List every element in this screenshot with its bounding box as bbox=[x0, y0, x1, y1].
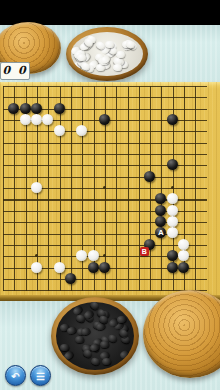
board-point[interactable] bbox=[189, 250, 200, 261]
board-point[interactable] bbox=[144, 171, 155, 182]
board-point[interactable] bbox=[76, 250, 87, 261]
board-point[interactable] bbox=[178, 91, 189, 102]
board-point[interactable] bbox=[110, 91, 121, 102]
board-point[interactable] bbox=[53, 137, 64, 148]
board-point[interactable] bbox=[65, 80, 76, 91]
board-point[interactable] bbox=[0, 148, 8, 159]
board-point[interactable] bbox=[144, 80, 155, 91]
board-point[interactable] bbox=[53, 125, 64, 136]
board-point[interactable] bbox=[99, 205, 110, 216]
board-point[interactable] bbox=[53, 284, 64, 295]
board-point[interactable] bbox=[87, 250, 98, 261]
board-point[interactable] bbox=[110, 284, 121, 295]
board-point[interactable] bbox=[99, 137, 110, 148]
board-point[interactable] bbox=[42, 205, 53, 216]
board-point[interactable] bbox=[87, 205, 98, 216]
board-point[interactable] bbox=[0, 284, 8, 295]
board-point[interactable] bbox=[19, 216, 30, 227]
board-point[interactable] bbox=[31, 114, 42, 125]
board-point[interactable] bbox=[167, 103, 178, 114]
board-point[interactable] bbox=[76, 182, 87, 193]
board-point[interactable] bbox=[87, 171, 98, 182]
board-point[interactable] bbox=[133, 80, 144, 91]
board-point[interactable] bbox=[53, 250, 64, 261]
board-point[interactable] bbox=[0, 125, 8, 136]
board-point[interactable] bbox=[189, 227, 200, 238]
board-point[interactable] bbox=[144, 103, 155, 114]
board-point[interactable] bbox=[167, 114, 178, 125]
board-point[interactable] bbox=[8, 239, 19, 250]
board-point[interactable] bbox=[155, 261, 166, 272]
board-point[interactable] bbox=[178, 148, 189, 159]
board-point[interactable] bbox=[144, 261, 155, 272]
board-point[interactable] bbox=[19, 159, 30, 170]
board-point[interactable] bbox=[19, 182, 30, 193]
board-point[interactable] bbox=[121, 125, 132, 136]
board-point[interactable] bbox=[76, 91, 87, 102]
board-point[interactable] bbox=[8, 273, 19, 284]
board-point[interactable] bbox=[76, 159, 87, 170]
board-point[interactable] bbox=[189, 193, 200, 204]
board-point[interactable] bbox=[53, 91, 64, 102]
board-point[interactable] bbox=[99, 284, 110, 295]
board-point[interactable] bbox=[121, 193, 132, 204]
board-point[interactable] bbox=[0, 193, 8, 204]
board-point[interactable] bbox=[167, 137, 178, 148]
board-point[interactable] bbox=[133, 103, 144, 114]
board-point[interactable] bbox=[121, 227, 132, 238]
board-point[interactable] bbox=[42, 216, 53, 227]
board-point[interactable] bbox=[31, 171, 42, 182]
board-point[interactable] bbox=[31, 103, 42, 114]
board-point[interactable] bbox=[19, 239, 30, 250]
board-point[interactable] bbox=[42, 125, 53, 136]
board-point[interactable] bbox=[189, 273, 200, 284]
board-point[interactable] bbox=[53, 227, 64, 238]
board-point[interactable] bbox=[65, 216, 76, 227]
board-point[interactable] bbox=[53, 114, 64, 125]
board-point[interactable] bbox=[110, 103, 121, 114]
board-point[interactable] bbox=[167, 159, 178, 170]
board-point[interactable] bbox=[87, 182, 98, 193]
board-point[interactable] bbox=[53, 273, 64, 284]
board-point[interactable] bbox=[19, 148, 30, 159]
board-point[interactable] bbox=[121, 284, 132, 295]
board-point[interactable] bbox=[76, 148, 87, 159]
board-point[interactable] bbox=[8, 159, 19, 170]
board-point[interactable] bbox=[76, 125, 87, 136]
board-point[interactable] bbox=[65, 114, 76, 125]
board-point[interactable] bbox=[0, 182, 8, 193]
board-point[interactable] bbox=[155, 103, 166, 114]
board-point[interactable] bbox=[144, 205, 155, 216]
board-point[interactable] bbox=[189, 171, 200, 182]
board-point[interactable] bbox=[87, 273, 98, 284]
board-point[interactable] bbox=[167, 250, 178, 261]
board-point[interactable] bbox=[144, 284, 155, 295]
board-point[interactable] bbox=[99, 250, 110, 261]
board-point[interactable] bbox=[42, 273, 53, 284]
board-point[interactable] bbox=[0, 205, 8, 216]
board-point[interactable] bbox=[76, 273, 87, 284]
board-point[interactable] bbox=[167, 182, 178, 193]
board-point[interactable] bbox=[200, 205, 211, 216]
board-point[interactable] bbox=[121, 273, 132, 284]
board-point[interactable] bbox=[65, 91, 76, 102]
board-point[interactable] bbox=[8, 261, 19, 272]
board-point[interactable] bbox=[53, 80, 64, 91]
board-point[interactable]: A bbox=[155, 227, 166, 238]
board-point[interactable] bbox=[53, 261, 64, 272]
board-point[interactable] bbox=[144, 227, 155, 238]
board-point[interactable] bbox=[99, 182, 110, 193]
board-point[interactable] bbox=[189, 148, 200, 159]
board-point[interactable] bbox=[65, 159, 76, 170]
board-point[interactable] bbox=[189, 125, 200, 136]
board-point[interactable] bbox=[19, 125, 30, 136]
board-point[interactable] bbox=[0, 159, 8, 170]
board-point[interactable] bbox=[87, 114, 98, 125]
board-point[interactable] bbox=[19, 91, 30, 102]
board-point[interactable] bbox=[8, 137, 19, 148]
board-point[interactable] bbox=[31, 125, 42, 136]
board-point[interactable] bbox=[133, 148, 144, 159]
board-point[interactable] bbox=[155, 137, 166, 148]
board-point[interactable] bbox=[99, 171, 110, 182]
board-point[interactable] bbox=[121, 205, 132, 216]
board-point[interactable] bbox=[19, 171, 30, 182]
board-point[interactable] bbox=[53, 103, 64, 114]
board-point[interactable] bbox=[167, 227, 178, 238]
board-point[interactable] bbox=[189, 239, 200, 250]
board-point[interactable] bbox=[0, 216, 8, 227]
board-point[interactable] bbox=[144, 193, 155, 204]
board-point[interactable] bbox=[155, 273, 166, 284]
board-point[interactable] bbox=[155, 216, 166, 227]
board-point[interactable] bbox=[110, 193, 121, 204]
board-point[interactable] bbox=[133, 182, 144, 193]
board-point[interactable] bbox=[65, 227, 76, 238]
board-point[interactable] bbox=[155, 171, 166, 182]
board-point[interactable] bbox=[0, 80, 8, 91]
board-point[interactable] bbox=[99, 216, 110, 227]
board-point[interactable] bbox=[133, 216, 144, 227]
board-point[interactable] bbox=[65, 148, 76, 159]
board-point[interactable] bbox=[42, 80, 53, 91]
board-point[interactable] bbox=[144, 159, 155, 170]
board-point[interactable] bbox=[178, 193, 189, 204]
board-point[interactable] bbox=[87, 239, 98, 250]
board-point[interactable] bbox=[121, 261, 132, 272]
board-point[interactable] bbox=[19, 205, 30, 216]
board-point[interactable] bbox=[133, 261, 144, 272]
board-point[interactable] bbox=[133, 284, 144, 295]
board-point[interactable] bbox=[87, 261, 98, 272]
board-point[interactable] bbox=[31, 148, 42, 159]
board-point[interactable] bbox=[178, 261, 189, 272]
undo-button[interactable]: ↶ bbox=[5, 365, 26, 386]
board-point[interactable] bbox=[167, 216, 178, 227]
board-point[interactable] bbox=[19, 227, 30, 238]
board-point[interactable] bbox=[155, 250, 166, 261]
board-point[interactable] bbox=[155, 159, 166, 170]
board-point[interactable] bbox=[19, 103, 30, 114]
board-point[interactable] bbox=[144, 91, 155, 102]
board-point[interactable] bbox=[76, 261, 87, 272]
board-point[interactable] bbox=[76, 193, 87, 204]
board-point[interactable] bbox=[31, 137, 42, 148]
board-point[interactable] bbox=[0, 273, 8, 284]
board-point[interactable] bbox=[8, 227, 19, 238]
board-point[interactable] bbox=[8, 205, 19, 216]
board-point[interactable] bbox=[167, 193, 178, 204]
board-point[interactable] bbox=[110, 125, 121, 136]
board-point[interactable] bbox=[121, 114, 132, 125]
board-point[interactable] bbox=[178, 103, 189, 114]
board-point[interactable] bbox=[110, 137, 121, 148]
board-point[interactable] bbox=[65, 284, 76, 295]
board-point[interactable] bbox=[65, 273, 76, 284]
board-point[interactable] bbox=[76, 114, 87, 125]
board-point[interactable] bbox=[0, 171, 8, 182]
board-point[interactable] bbox=[19, 193, 30, 204]
board-point[interactable] bbox=[99, 159, 110, 170]
board-point[interactable] bbox=[76, 103, 87, 114]
board-point[interactable] bbox=[65, 171, 76, 182]
board-point[interactable] bbox=[99, 91, 110, 102]
board-point[interactable] bbox=[42, 182, 53, 193]
board-point[interactable] bbox=[0, 227, 8, 238]
board-point[interactable] bbox=[31, 261, 42, 272]
board-point[interactable] bbox=[76, 239, 87, 250]
board-point[interactable] bbox=[178, 239, 189, 250]
board-point[interactable] bbox=[8, 193, 19, 204]
board-point[interactable] bbox=[19, 80, 30, 91]
board-point[interactable] bbox=[0, 137, 8, 148]
board-point[interactable] bbox=[0, 114, 8, 125]
board-point[interactable] bbox=[200, 273, 211, 284]
board-point[interactable] bbox=[121, 137, 132, 148]
board-point[interactable] bbox=[110, 250, 121, 261]
board-point[interactable] bbox=[189, 80, 200, 91]
board-point[interactable] bbox=[76, 284, 87, 295]
board-point[interactable] bbox=[167, 171, 178, 182]
board-point[interactable] bbox=[110, 239, 121, 250]
board-point[interactable] bbox=[19, 284, 30, 295]
board-point[interactable] bbox=[144, 216, 155, 227]
board-point[interactable] bbox=[133, 171, 144, 182]
board-point[interactable] bbox=[144, 137, 155, 148]
board-point[interactable] bbox=[189, 182, 200, 193]
board-point[interactable] bbox=[133, 193, 144, 204]
board-point[interactable] bbox=[167, 205, 178, 216]
board-point[interactable] bbox=[121, 239, 132, 250]
board-point[interactable] bbox=[19, 137, 30, 148]
board-point[interactable] bbox=[189, 137, 200, 148]
board-point[interactable] bbox=[167, 148, 178, 159]
board-point[interactable] bbox=[200, 261, 211, 272]
board-point[interactable] bbox=[19, 261, 30, 272]
board-point[interactable] bbox=[42, 171, 53, 182]
board-point[interactable] bbox=[155, 239, 166, 250]
board-point[interactable] bbox=[99, 148, 110, 159]
board-point[interactable] bbox=[121, 80, 132, 91]
board-point[interactable] bbox=[178, 137, 189, 148]
board-point[interactable] bbox=[144, 273, 155, 284]
board-point[interactable] bbox=[178, 250, 189, 261]
board-point[interactable] bbox=[121, 103, 132, 114]
board-point[interactable] bbox=[189, 216, 200, 227]
board-point[interactable] bbox=[121, 171, 132, 182]
board-point[interactable] bbox=[200, 80, 211, 91]
board-point[interactable] bbox=[155, 114, 166, 125]
board-point[interactable] bbox=[167, 261, 178, 272]
board-point[interactable] bbox=[200, 125, 211, 136]
board-point[interactable] bbox=[200, 91, 211, 102]
board-point[interactable] bbox=[200, 250, 211, 261]
board-point[interactable] bbox=[87, 216, 98, 227]
board-point[interactable] bbox=[87, 148, 98, 159]
board-point[interactable] bbox=[178, 159, 189, 170]
board-point[interactable] bbox=[42, 148, 53, 159]
board-point[interactable] bbox=[42, 193, 53, 204]
board-point[interactable] bbox=[200, 159, 211, 170]
board-point[interactable] bbox=[155, 205, 166, 216]
board-point[interactable] bbox=[121, 250, 132, 261]
board-point[interactable] bbox=[19, 250, 30, 261]
board-point[interactable] bbox=[200, 103, 211, 114]
board-point[interactable] bbox=[178, 216, 189, 227]
board-point[interactable] bbox=[31, 227, 42, 238]
board-point[interactable] bbox=[110, 261, 121, 272]
board-point[interactable] bbox=[178, 80, 189, 91]
board-point[interactable] bbox=[87, 137, 98, 148]
board-point[interactable] bbox=[200, 148, 211, 159]
board-point[interactable] bbox=[87, 91, 98, 102]
board-point[interactable] bbox=[42, 103, 53, 114]
board-point[interactable] bbox=[167, 125, 178, 136]
board-point[interactable] bbox=[53, 182, 64, 193]
board-point[interactable] bbox=[65, 193, 76, 204]
board-point[interactable] bbox=[53, 171, 64, 182]
board-point[interactable] bbox=[65, 250, 76, 261]
board-point[interactable] bbox=[121, 91, 132, 102]
board-point[interactable] bbox=[99, 193, 110, 204]
board-point[interactable] bbox=[42, 284, 53, 295]
board-point[interactable] bbox=[178, 125, 189, 136]
board-point[interactable] bbox=[178, 182, 189, 193]
board-point[interactable] bbox=[110, 171, 121, 182]
board-point[interactable] bbox=[76, 80, 87, 91]
board-point[interactable] bbox=[42, 91, 53, 102]
board-point[interactable] bbox=[144, 148, 155, 159]
board-point[interactable] bbox=[133, 114, 144, 125]
board-point[interactable] bbox=[0, 91, 8, 102]
board-point[interactable] bbox=[178, 205, 189, 216]
board-point[interactable] bbox=[133, 91, 144, 102]
board-point[interactable] bbox=[42, 114, 53, 125]
board-point[interactable] bbox=[87, 284, 98, 295]
board-point[interactable] bbox=[178, 273, 189, 284]
board-point[interactable] bbox=[110, 227, 121, 238]
board-point[interactable] bbox=[31, 80, 42, 91]
board-point[interactable] bbox=[65, 205, 76, 216]
board-point[interactable] bbox=[178, 227, 189, 238]
board-point[interactable] bbox=[42, 137, 53, 148]
board-point[interactable] bbox=[200, 193, 211, 204]
board-point[interactable] bbox=[200, 239, 211, 250]
board-point[interactable] bbox=[31, 193, 42, 204]
board-point[interactable] bbox=[42, 261, 53, 272]
board-point[interactable] bbox=[87, 159, 98, 170]
board-point[interactable] bbox=[42, 239, 53, 250]
board-point[interactable] bbox=[0, 103, 8, 114]
board-point[interactable] bbox=[87, 80, 98, 91]
board-point[interactable] bbox=[133, 125, 144, 136]
board-point[interactable] bbox=[121, 216, 132, 227]
board-point[interactable] bbox=[76, 137, 87, 148]
board-point[interactable] bbox=[8, 125, 19, 136]
board-point[interactable] bbox=[65, 239, 76, 250]
board-point[interactable] bbox=[167, 273, 178, 284]
board-point[interactable] bbox=[121, 182, 132, 193]
board-point[interactable] bbox=[31, 182, 42, 193]
board-point[interactable] bbox=[189, 261, 200, 272]
board-point[interactable] bbox=[110, 273, 121, 284]
board-point[interactable] bbox=[31, 250, 42, 261]
board-point[interactable] bbox=[8, 284, 19, 295]
board-point[interactable] bbox=[110, 80, 121, 91]
board-point[interactable] bbox=[200, 137, 211, 148]
board-point[interactable] bbox=[99, 239, 110, 250]
board-point[interactable] bbox=[99, 114, 110, 125]
menu-button[interactable]: ☰ bbox=[30, 365, 51, 386]
board-point[interactable] bbox=[167, 80, 178, 91]
board-point[interactable] bbox=[53, 159, 64, 170]
board-point[interactable] bbox=[65, 137, 76, 148]
board-point[interactable] bbox=[110, 159, 121, 170]
board-point[interactable] bbox=[155, 125, 166, 136]
board-point[interactable] bbox=[144, 114, 155, 125]
board-point[interactable] bbox=[200, 216, 211, 227]
board-point[interactable] bbox=[76, 216, 87, 227]
board-point[interactable] bbox=[8, 148, 19, 159]
board-point[interactable] bbox=[189, 114, 200, 125]
board-point[interactable] bbox=[19, 114, 30, 125]
board-point[interactable] bbox=[31, 159, 42, 170]
board-point[interactable] bbox=[133, 137, 144, 148]
board-point[interactable] bbox=[53, 193, 64, 204]
board-point[interactable] bbox=[144, 125, 155, 136]
board-point[interactable] bbox=[178, 171, 189, 182]
board-point[interactable] bbox=[110, 182, 121, 193]
board-point[interactable] bbox=[200, 171, 211, 182]
board-point[interactable] bbox=[8, 216, 19, 227]
board-point[interactable] bbox=[189, 91, 200, 102]
board-point[interactable] bbox=[110, 148, 121, 159]
board-point[interactable] bbox=[65, 182, 76, 193]
board-point[interactable] bbox=[155, 91, 166, 102]
board-point[interactable] bbox=[155, 193, 166, 204]
board-point[interactable] bbox=[200, 114, 211, 125]
board-point[interactable] bbox=[8, 182, 19, 193]
board-point[interactable] bbox=[87, 193, 98, 204]
board-point[interactable] bbox=[8, 80, 19, 91]
board-point[interactable] bbox=[65, 261, 76, 272]
board-point[interactable] bbox=[65, 125, 76, 136]
board-point[interactable] bbox=[189, 159, 200, 170]
board-point[interactable] bbox=[99, 273, 110, 284]
